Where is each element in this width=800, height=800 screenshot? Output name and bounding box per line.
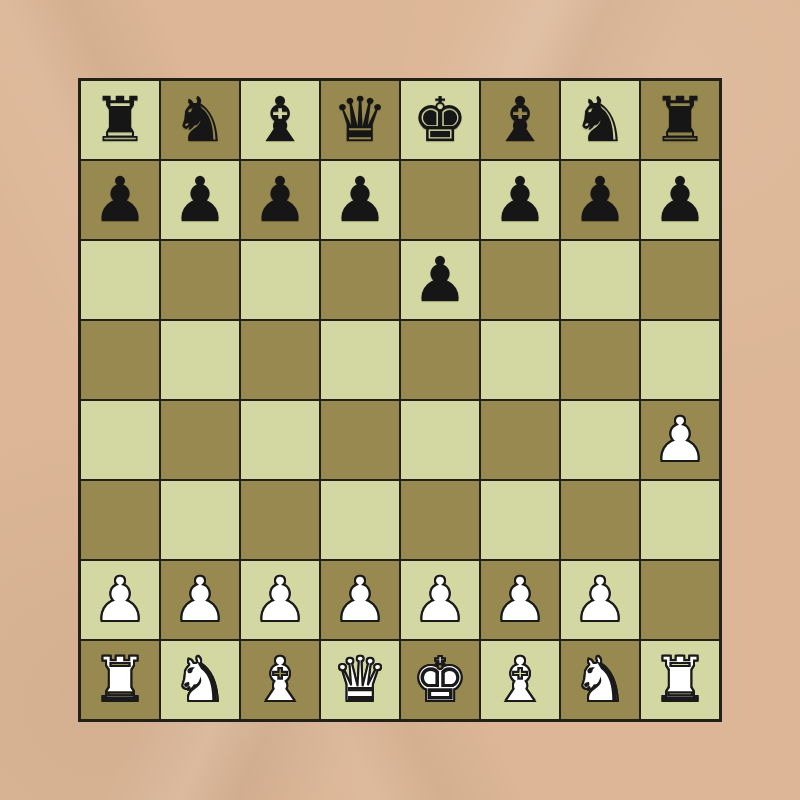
square-c4[interactable] [240, 400, 320, 480]
chess-board: ♜♞♝♛♚♝♞♜♟♟♟♟♟♟♟♟♟♟♟♟♟♟♟♟♜♞♝♛♚♝♞♜ [78, 78, 722, 722]
piece-white-rook[interactable]: ♜ [92, 640, 148, 720]
piece-white-pawn[interactable]: ♟ [92, 560, 148, 640]
piece-black-pawn[interactable]: ♟ [172, 160, 228, 240]
square-h6[interactable] [640, 240, 720, 320]
square-f4[interactable] [480, 400, 560, 480]
square-d5[interactable] [320, 320, 400, 400]
piece-white-pawn[interactable]: ♟ [412, 560, 468, 640]
square-f8[interactable]: ♝ [480, 80, 560, 160]
square-e4[interactable] [400, 400, 480, 480]
square-e8[interactable]: ♚ [400, 80, 480, 160]
square-f1[interactable]: ♝ [480, 640, 560, 720]
piece-white-rook[interactable]: ♜ [652, 640, 708, 720]
piece-white-knight[interactable]: ♞ [172, 640, 228, 720]
square-h7[interactable]: ♟ [640, 160, 720, 240]
square-c1[interactable]: ♝ [240, 640, 320, 720]
square-g4[interactable] [560, 400, 640, 480]
square-f6[interactable] [480, 240, 560, 320]
square-h3[interactable] [640, 480, 720, 560]
square-e5[interactable] [400, 320, 480, 400]
piece-white-pawn[interactable]: ♟ [252, 560, 308, 640]
piece-white-knight[interactable]: ♞ [572, 640, 628, 720]
piece-white-queen[interactable]: ♛ [332, 640, 388, 720]
square-a1[interactable]: ♜ [80, 640, 160, 720]
piece-black-knight[interactable]: ♞ [572, 80, 628, 160]
piece-white-bishop[interactable]: ♝ [252, 640, 308, 720]
square-g5[interactable] [560, 320, 640, 400]
square-f5[interactable] [480, 320, 560, 400]
piece-black-king[interactable]: ♚ [412, 80, 468, 160]
square-b6[interactable] [160, 240, 240, 320]
square-h5[interactable] [640, 320, 720, 400]
square-a6[interactable] [80, 240, 160, 320]
square-d3[interactable] [320, 480, 400, 560]
square-f3[interactable] [480, 480, 560, 560]
piece-black-pawn[interactable]: ♟ [412, 240, 468, 320]
square-g2[interactable]: ♟ [560, 560, 640, 640]
square-d1[interactable]: ♛ [320, 640, 400, 720]
square-c2[interactable]: ♟ [240, 560, 320, 640]
square-c7[interactable]: ♟ [240, 160, 320, 240]
square-c5[interactable] [240, 320, 320, 400]
piece-black-rook[interactable]: ♜ [92, 80, 148, 160]
square-g8[interactable]: ♞ [560, 80, 640, 160]
piece-black-rook[interactable]: ♜ [652, 80, 708, 160]
square-b4[interactable] [160, 400, 240, 480]
piece-black-knight[interactable]: ♞ [172, 80, 228, 160]
square-d6[interactable] [320, 240, 400, 320]
piece-white-pawn[interactable]: ♟ [172, 560, 228, 640]
square-a3[interactable] [80, 480, 160, 560]
piece-black-pawn[interactable]: ♟ [492, 160, 548, 240]
piece-white-pawn[interactable]: ♟ [652, 400, 708, 480]
piece-black-bishop[interactable]: ♝ [252, 80, 308, 160]
square-c6[interactable] [240, 240, 320, 320]
square-f7[interactable]: ♟ [480, 160, 560, 240]
square-b3[interactable] [160, 480, 240, 560]
square-c3[interactable] [240, 480, 320, 560]
square-e7[interactable] [400, 160, 480, 240]
square-g6[interactable] [560, 240, 640, 320]
square-c8[interactable]: ♝ [240, 80, 320, 160]
square-e1[interactable]: ♚ [400, 640, 480, 720]
piece-black-pawn[interactable]: ♟ [572, 160, 628, 240]
square-a8[interactable]: ♜ [80, 80, 160, 160]
square-g3[interactable] [560, 480, 640, 560]
square-h2[interactable] [640, 560, 720, 640]
square-d7[interactable]: ♟ [320, 160, 400, 240]
piece-black-queen[interactable]: ♛ [332, 80, 388, 160]
square-a2[interactable]: ♟ [80, 560, 160, 640]
square-b2[interactable]: ♟ [160, 560, 240, 640]
piece-white-king[interactable]: ♚ [412, 640, 468, 720]
piece-black-pawn[interactable]: ♟ [252, 160, 308, 240]
square-d4[interactable] [320, 400, 400, 480]
square-a4[interactable] [80, 400, 160, 480]
square-b8[interactable]: ♞ [160, 80, 240, 160]
piece-black-pawn[interactable]: ♟ [652, 160, 708, 240]
square-h8[interactable]: ♜ [640, 80, 720, 160]
piece-white-pawn[interactable]: ♟ [332, 560, 388, 640]
square-h1[interactable]: ♜ [640, 640, 720, 720]
piece-black-pawn[interactable]: ♟ [92, 160, 148, 240]
square-a7[interactable]: ♟ [80, 160, 160, 240]
square-e3[interactable] [400, 480, 480, 560]
square-f2[interactable]: ♟ [480, 560, 560, 640]
square-b1[interactable]: ♞ [160, 640, 240, 720]
square-b7[interactable]: ♟ [160, 160, 240, 240]
square-g1[interactable]: ♞ [560, 640, 640, 720]
square-h4[interactable]: ♟ [640, 400, 720, 480]
square-e6[interactable]: ♟ [400, 240, 480, 320]
square-g7[interactable]: ♟ [560, 160, 640, 240]
piece-white-pawn[interactable]: ♟ [572, 560, 628, 640]
piece-white-bishop[interactable]: ♝ [492, 640, 548, 720]
piece-white-pawn[interactable]: ♟ [492, 560, 548, 640]
square-d8[interactable]: ♛ [320, 80, 400, 160]
square-b5[interactable] [160, 320, 240, 400]
square-e2[interactable]: ♟ [400, 560, 480, 640]
piece-black-bishop[interactable]: ♝ [492, 80, 548, 160]
square-a5[interactable] [80, 320, 160, 400]
square-d2[interactable]: ♟ [320, 560, 400, 640]
piece-black-pawn[interactable]: ♟ [332, 160, 388, 240]
